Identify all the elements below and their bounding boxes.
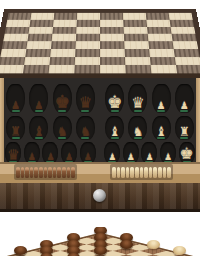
light-king-piece: ♚ bbox=[107, 94, 122, 111]
board-square bbox=[100, 57, 125, 65]
piece-cutout: ♟ bbox=[160, 142, 176, 164]
light-checker-disc bbox=[130, 167, 134, 178]
board-square bbox=[100, 27, 124, 34]
light-piece-group: ♝♞♝♜ bbox=[103, 115, 196, 140]
light-checker-disc bbox=[158, 167, 162, 178]
board-square bbox=[148, 41, 173, 49]
product-photo: ♟♟♚♛♚♛♟♟♜♝♞♞♝♞♝♜♛♟♟♟♟♟♟♟♟♚ bbox=[0, 0, 200, 256]
board-square bbox=[100, 34, 124, 41]
board-square bbox=[50, 49, 75, 57]
dark-checker-disc bbox=[53, 167, 57, 178]
piece-cutout: ♜ bbox=[6, 116, 25, 140]
board-square bbox=[75, 41, 100, 49]
board-square bbox=[49, 65, 75, 73]
piece-cutout: ♛ bbox=[128, 84, 147, 113]
chess-board-photo bbox=[0, 0, 200, 78]
checkers-corner-photo bbox=[0, 227, 200, 256]
board-square bbox=[147, 27, 172, 34]
piece-cutout: ♟ bbox=[80, 142, 96, 164]
light-piece-group: ♚♛♟♟ bbox=[103, 83, 196, 113]
drawer-knob bbox=[93, 189, 106, 202]
board-square bbox=[25, 49, 51, 57]
board-square bbox=[124, 34, 149, 41]
light-checker bbox=[147, 240, 160, 249]
dark-checker-disc bbox=[30, 167, 34, 178]
light-checker-disc bbox=[153, 167, 157, 178]
piece-cutout: ♝ bbox=[105, 116, 124, 140]
light-pawn-piece: ♟ bbox=[127, 153, 135, 162]
board-square bbox=[2, 41, 28, 49]
light-knight-piece: ♞ bbox=[132, 126, 143, 138]
dark-checker-disc bbox=[57, 167, 61, 178]
board-square bbox=[6, 20, 30, 27]
board-square bbox=[125, 49, 150, 57]
piece-cutout: ♟ bbox=[123, 142, 139, 164]
light-pawn-piece: ♟ bbox=[157, 101, 166, 111]
piece-cutout: ♟ bbox=[29, 84, 48, 113]
light-checker-disc bbox=[135, 167, 139, 178]
dark-knight-piece: ♞ bbox=[80, 126, 91, 138]
dark-checker-disc bbox=[16, 167, 20, 178]
board-square bbox=[76, 34, 100, 41]
light-checkers-slot bbox=[110, 164, 173, 180]
dark-knight-piece: ♞ bbox=[57, 126, 68, 138]
board-square bbox=[146, 20, 170, 27]
dark-checkers-slot bbox=[14, 164, 77, 180]
board-square bbox=[30, 13, 54, 20]
piece-cutout: ♞ bbox=[128, 116, 147, 140]
light-rook-piece: ♜ bbox=[179, 126, 190, 138]
piece-cutout: ♞ bbox=[76, 116, 95, 140]
light-pawn-piece: ♟ bbox=[145, 153, 153, 162]
piece-cutout: ♟ bbox=[61, 142, 77, 164]
board-square bbox=[77, 13, 100, 20]
dark-checker bbox=[94, 246, 107, 255]
piece-cutout: ♟ bbox=[24, 142, 40, 164]
board-square bbox=[75, 57, 100, 65]
piece-cutout: ♞ bbox=[53, 116, 72, 140]
board-square bbox=[23, 65, 49, 73]
dark-checker-disc bbox=[44, 167, 48, 178]
piece-cutout: ♝ bbox=[29, 116, 48, 140]
board-square bbox=[0, 65, 24, 73]
light-queen-piece: ♛ bbox=[131, 96, 144, 111]
chess-board-grid bbox=[0, 13, 200, 74]
light-piece-group: ♟♟♟♟♚ bbox=[103, 141, 196, 164]
board-square bbox=[170, 20, 194, 27]
dark-rook-piece: ♜ bbox=[10, 126, 21, 138]
piece-cutout: ♚ bbox=[105, 84, 124, 113]
light-pawn-piece: ♟ bbox=[164, 153, 172, 162]
board-square bbox=[100, 41, 125, 49]
light-checker-disc bbox=[144, 167, 148, 178]
board-square bbox=[125, 65, 151, 73]
board-square bbox=[54, 13, 77, 20]
board-square bbox=[51, 41, 76, 49]
dark-pawn-piece: ♟ bbox=[28, 153, 36, 162]
board-square bbox=[100, 13, 123, 20]
dark-bishop-piece: ♝ bbox=[33, 125, 45, 138]
board-square bbox=[74, 65, 100, 73]
board-square bbox=[151, 65, 177, 73]
board-square bbox=[52, 27, 76, 34]
board-square bbox=[123, 13, 146, 20]
board-square bbox=[0, 49, 26, 57]
board-square bbox=[175, 57, 200, 65]
piece-cutout: ♟ bbox=[175, 84, 194, 113]
piece-row: ♜♝♞♞♝♞♝♜ bbox=[4, 115, 196, 140]
board-square bbox=[24, 57, 50, 65]
board-square bbox=[169, 13, 193, 20]
board-square bbox=[149, 49, 175, 57]
board-square bbox=[176, 65, 200, 73]
drawer-bottom-edge bbox=[0, 209, 200, 212]
board-square bbox=[148, 34, 173, 41]
dark-queen-piece: ♛ bbox=[79, 96, 92, 111]
dark-pawn-piece: ♟ bbox=[34, 101, 43, 111]
light-pawn-piece: ♟ bbox=[108, 153, 116, 162]
board-square bbox=[123, 27, 147, 34]
board-square bbox=[170, 27, 195, 34]
board-square bbox=[100, 49, 125, 57]
board-square bbox=[30, 20, 54, 27]
dark-checker-disc bbox=[34, 167, 38, 178]
piece-cutout: ♚ bbox=[179, 142, 195, 164]
board-square bbox=[150, 57, 176, 65]
piece-row: ♛♟♟♟♟♟♟♟♟♚ bbox=[4, 141, 196, 164]
dark-king-piece: ♚ bbox=[55, 94, 70, 111]
board-square bbox=[100, 65, 126, 73]
dark-checker-disc bbox=[48, 167, 52, 178]
board-square bbox=[77, 20, 100, 27]
light-pawn-piece: ♟ bbox=[180, 101, 189, 111]
dark-checker-disc bbox=[62, 167, 66, 178]
board-square bbox=[27, 34, 52, 41]
light-checker-disc bbox=[167, 167, 171, 178]
dark-pawn-piece: ♟ bbox=[46, 153, 54, 162]
storage-drawer: ♟♟♚♛♚♛♟♟♜♝♞♞♝♞♝♜♛♟♟♟♟♟♟♟♟♚ bbox=[0, 78, 200, 212]
dark-queen-piece: ♛ bbox=[7, 148, 20, 162]
board-square bbox=[7, 13, 31, 20]
piece-cutout: ♚ bbox=[53, 84, 72, 113]
piece-cutout: ♝ bbox=[152, 116, 171, 140]
dark-pawn-piece: ♟ bbox=[84, 153, 92, 162]
dark-checker-disc bbox=[39, 167, 43, 178]
board-square bbox=[26, 41, 51, 49]
dark-pawn-piece: ♟ bbox=[11, 101, 20, 111]
dark-checker-disc bbox=[25, 167, 29, 178]
piece-cutout: ♟ bbox=[6, 84, 25, 113]
light-checker-disc bbox=[163, 167, 167, 178]
dark-piece-group: ♛♟♟♟♟ bbox=[4, 141, 97, 164]
light-checker-disc bbox=[112, 167, 116, 178]
chess-board bbox=[0, 9, 200, 78]
light-bishop-piece: ♝ bbox=[109, 125, 121, 138]
foam-piece-tray: ♟♟♚♛♚♛♟♟♜♝♞♞♝♞♝♜♛♟♟♟♟♟♟♟♟♚ bbox=[4, 78, 196, 164]
dark-piece-group: ♜♝♞♞ bbox=[4, 115, 97, 140]
piece-cutout: ♟ bbox=[152, 84, 171, 113]
dark-checker-disc bbox=[67, 167, 71, 178]
light-checker-disc bbox=[149, 167, 153, 178]
piece-cutout: ♛ bbox=[5, 142, 21, 164]
board-square bbox=[49, 57, 75, 65]
board-square bbox=[146, 13, 170, 20]
board-square bbox=[0, 57, 25, 65]
dark-checker bbox=[120, 240, 133, 249]
light-checker-disc bbox=[126, 167, 130, 178]
dark-pawn-piece: ♟ bbox=[65, 153, 73, 162]
board-square bbox=[123, 20, 147, 27]
board-square bbox=[172, 34, 197, 41]
board-square bbox=[124, 41, 149, 49]
piece-cutout: ♟ bbox=[104, 142, 120, 164]
piece-row: ♟♟♚♛♚♛♟♟ bbox=[4, 83, 196, 113]
board-square bbox=[100, 20, 123, 27]
board-square bbox=[52, 34, 77, 41]
dark-piece-group: ♟♟♚♛ bbox=[4, 83, 97, 113]
piece-cutout: ♜ bbox=[175, 116, 194, 140]
light-checker-disc bbox=[121, 167, 125, 178]
light-bishop-piece: ♝ bbox=[155, 125, 167, 138]
piece-cutout: ♟ bbox=[42, 142, 58, 164]
dark-checker-disc bbox=[71, 167, 75, 178]
board-square bbox=[125, 57, 151, 65]
board-square bbox=[76, 27, 100, 34]
light-king-piece: ♚ bbox=[180, 146, 194, 162]
board-square bbox=[174, 49, 200, 57]
piece-cutout: ♛ bbox=[76, 84, 95, 113]
checker-disc-shelf bbox=[0, 162, 200, 184]
piece-cutout: ♟ bbox=[141, 142, 157, 164]
light-checker-disc bbox=[140, 167, 144, 178]
board-square bbox=[3, 34, 28, 41]
board-square bbox=[53, 20, 77, 27]
board-square bbox=[28, 27, 53, 34]
board-square bbox=[75, 49, 100, 57]
dark-checker-disc bbox=[21, 167, 25, 178]
board-square bbox=[173, 41, 199, 49]
light-checker-disc bbox=[117, 167, 121, 178]
board-square bbox=[5, 27, 30, 34]
dark-checker bbox=[14, 246, 27, 255]
